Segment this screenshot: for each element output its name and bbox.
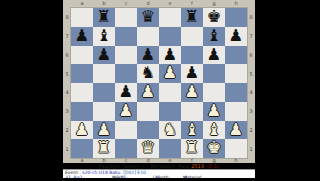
rank-label-5: 5 [63,64,71,83]
rank-label-6: 6 [247,46,255,65]
square-g1[interactable]: ♚ [203,139,225,158]
white-player-name: Pagliano, Gianni [99,163,139,169]
square-g4[interactable] [203,83,225,102]
black-pawn-e6[interactable]: ♟ [163,45,178,64]
video-letterbox: abcdefgh 87654321 87654321 ♜♛♜♚♟♝♝♟♟♟♟♟♞… [0,0,320,180]
rank-label-4: 4 [247,83,255,102]
square-a3[interactable] [71,102,93,121]
square-c6[interactable] [115,46,137,65]
square-f5[interactable]: ♟ [181,64,203,83]
square-a4[interactable] [71,83,93,102]
black-bishop-g7[interactable]: ♝ [207,26,222,45]
file-label-b: b [93,1,115,6]
square-h3[interactable] [225,102,247,121]
white-pawn-a2[interactable]: ♟ [75,120,90,139]
white-pawn-h2[interactable]: ♟ [229,120,244,139]
square-a6[interactable] [71,46,93,65]
rank-label-8: 8 [63,8,71,27]
square-d2[interactable] [137,121,159,140]
white-rook-b1[interactable]: ♜ [97,139,112,158]
file-label-h: h [225,1,247,6]
square-e2[interactable]: ♞ [159,121,181,140]
square-f4[interactable]: ♟ [181,83,203,102]
rank-label-4: 4 [63,83,71,102]
square-e8[interactable] [159,8,181,27]
rank-label-8: 8 [247,8,255,27]
file-label-g: g [203,1,225,6]
white-pawn-c3[interactable]: ♟ [119,101,134,120]
square-e1[interactable] [159,139,181,158]
square-d4[interactable]: ♟ [137,83,159,102]
file-label-e: e [159,1,181,6]
black-pawn-g6[interactable]: ♟ [207,45,222,64]
square-f7[interactable] [181,27,203,46]
square-h8[interactable] [225,8,247,27]
square-f2[interactable]: ♝ [181,121,203,140]
rank-label-6: 6 [63,46,71,65]
square-b5[interactable] [93,64,115,83]
white-knight-e2[interactable]: ♞ [163,120,178,139]
square-e3[interactable] [159,102,181,121]
square-h6[interactable] [225,46,247,65]
rank-label-1: 1 [63,139,71,158]
white-rook-f1[interactable]: ♜ [185,139,200,158]
square-b1[interactable]: ♜ [93,139,115,158]
square-b4[interactable] [93,83,115,102]
square-d7[interactable] [137,27,159,46]
file-labels-top: abcdefgh [71,1,247,6]
rank-labels-right: 87654321 [247,8,255,158]
square-e4[interactable] [159,83,181,102]
square-d5[interactable]: ♞ [137,64,159,83]
black-queen-d8[interactable]: ♛ [141,8,156,27]
square-g6[interactable]: ♟ [203,46,225,65]
black-pawn-c4[interactable]: ♟ [119,83,134,102]
square-h2[interactable]: ♟ [225,121,247,140]
file-label-f: f [181,1,203,6]
square-c5[interactable] [115,64,137,83]
bottom-black-bar [63,178,255,181]
square-c1[interactable] [115,139,137,158]
file-label-a: a [71,1,93,6]
white-pawn-f4[interactable]: ♟ [185,83,200,102]
black-pawn-h7[interactable]: ♟ [229,26,244,45]
white-pawn-g3[interactable]: ♟ [207,101,222,120]
square-b6[interactable]: ♟ [93,46,115,65]
rank-label-7: 7 [247,27,255,46]
white-bishop-f2[interactable]: ♝ [185,120,200,139]
square-h5[interactable] [225,64,247,83]
black-player-rating: 2513 [191,163,204,169]
black-bishop-b7[interactable]: ♝ [97,26,112,45]
black-pawn-b6[interactable]: ♟ [97,45,112,64]
square-g5[interactable] [203,64,225,83]
black-rook-f8[interactable]: ♜ [185,8,200,27]
white-pawn-d4[interactable]: ♟ [141,83,156,102]
rank-labels-left: 87654321 [63,8,71,158]
rank-label-3: 3 [63,102,71,121]
black-pawn-f5[interactable]: ♟ [185,64,200,83]
event-detail: [D02] E10 [123,170,146,175]
square-h4[interactable] [225,83,247,102]
square-c8[interactable] [115,8,137,27]
black-knight-d5[interactable]: ♞ [141,64,156,83]
file-label-d: d [137,1,159,6]
white-king-g1[interactable]: ♚ [207,139,222,158]
players-separator: — [142,163,147,169]
chessboard[interactable]: ♜♛♜♚♟♝♝♟♟♟♟♟♞♟♟♟♟♟♟♟♟♟♞♝♝♟♜♛♜♚ [71,8,247,158]
rank-label-2: 2 [247,121,255,140]
rank-label-2: 2 [63,121,71,140]
black-player-name: Mohebbin, Rauf [151,163,190,169]
white-pawn-b2[interactable]: ♟ [97,120,112,139]
square-f8[interactable]: ♜ [181,8,203,27]
square-b8[interactable]: ♜ [93,8,115,27]
square-a2[interactable]: ♟ [71,121,93,140]
file-label-c: c [115,1,137,6]
square-g3[interactable]: ♟ [203,102,225,121]
square-g2[interactable]: ♝ [203,121,225,140]
square-d1[interactable]: ♛ [137,139,159,158]
square-h7[interactable]: ♟ [225,27,247,46]
square-c2[interactable] [115,121,137,140]
square-f3[interactable] [181,102,203,121]
white-bishop-g2[interactable]: ♝ [207,120,222,139]
square-f6[interactable] [181,46,203,65]
square-c7[interactable] [115,27,137,46]
square-e6[interactable]: ♟ [159,46,181,65]
square-e5[interactable]: ♟ [159,64,181,83]
black-king-g8[interactable]: ♚ [207,8,222,27]
square-c4[interactable]: ♟ [115,83,137,102]
square-a1[interactable] [71,139,93,158]
square-h1[interactable] [225,139,247,158]
square-g8[interactable]: ♚ [203,8,225,27]
rank-label-7: 7 [63,27,71,46]
square-d8[interactable]: ♛ [137,8,159,27]
square-d3[interactable] [137,102,159,121]
square-g7[interactable]: ♝ [203,27,225,46]
white-queen-d1[interactable]: ♛ [141,139,156,158]
rank-label-5: 5 [247,64,255,83]
square-c3[interactable]: ♟ [115,102,137,121]
black-pawn-d6[interactable]: ♟ [141,45,156,64]
rank-label-3: 3 [247,102,255,121]
square-a8[interactable] [71,8,93,27]
chessboard-frame: abcdefgh 87654321 87654321 ♜♛♜♚♟♝♝♟♟♟♟♟♞… [63,0,255,163]
black-pawn-a7[interactable]: ♟ [75,26,90,45]
square-e7[interactable] [159,27,181,46]
square-a7[interactable]: ♟ [71,27,93,46]
white-pawn-e5[interactable]: ♟ [163,64,178,83]
square-f1[interactable]: ♜ [181,139,203,158]
square-b7[interactable]: ♝ [93,27,115,46]
rank-label-1: 1 [247,139,255,158]
black-rook-b8[interactable]: ♜ [97,8,112,27]
game-result: (0-1) [207,163,219,169]
square-b2[interactable]: ♟ [93,121,115,140]
square-d6[interactable]: ♟ [137,46,159,65]
square-a5[interactable] [71,64,93,83]
square-b3[interactable] [93,102,115,121]
